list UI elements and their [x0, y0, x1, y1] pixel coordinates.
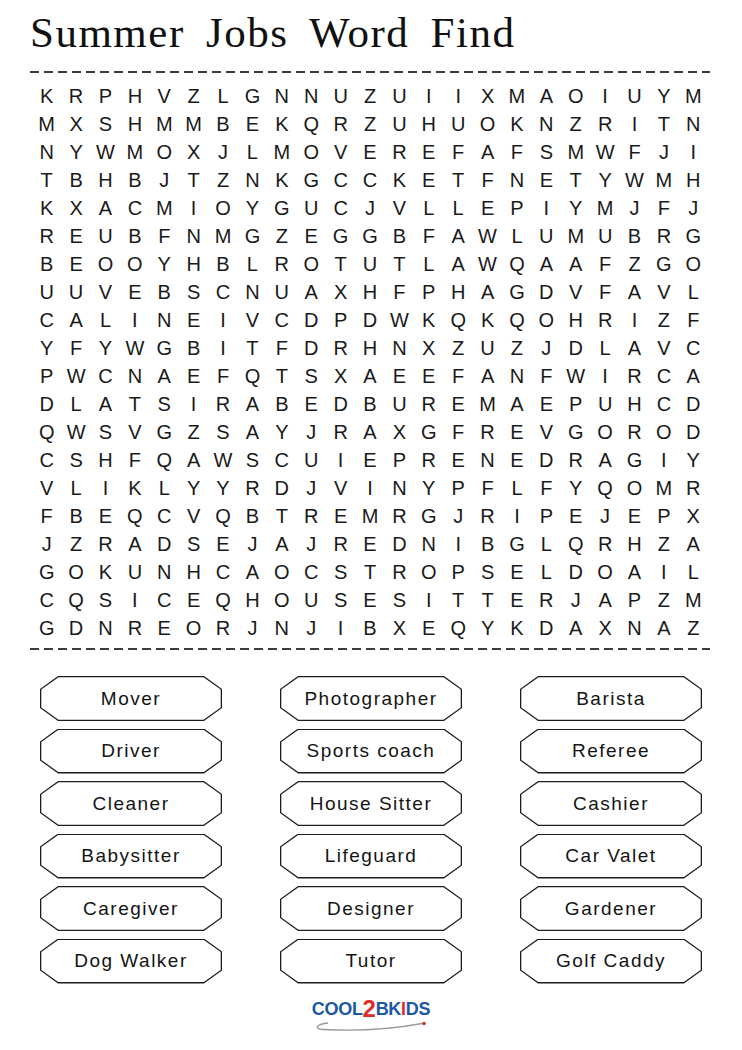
grid-cell[interactable]: G [32, 614, 61, 642]
grid-cell[interactable]: Y [208, 474, 237, 502]
grid-cell[interactable]: Q [561, 530, 590, 558]
grid-cell[interactable]: Q [208, 586, 237, 614]
grid-cell[interactable]: C [120, 194, 149, 222]
grid-cell[interactable]: H [91, 446, 120, 474]
grid-cell[interactable]: D [679, 390, 708, 418]
grid-cell[interactable]: Q [61, 586, 90, 614]
grid-cell[interactable]: L [414, 194, 443, 222]
grid-cell[interactable]: V [649, 334, 678, 362]
grid-cell[interactable]: I [179, 194, 208, 222]
grid-cell[interactable]: A [61, 306, 90, 334]
grid-cell[interactable]: T [649, 110, 678, 138]
grid-cell[interactable]: R [326, 418, 355, 446]
grid-cell[interactable]: I [355, 474, 384, 502]
grid-cell[interactable]: E [414, 614, 443, 642]
grid-cell[interactable]: E [414, 362, 443, 390]
grid-cell[interactable]: G [502, 530, 531, 558]
grid-cell[interactable]: X [326, 362, 355, 390]
grid-cell[interactable]: R [590, 306, 619, 334]
grid-cell[interactable]: O [208, 194, 237, 222]
grid-cell[interactable]: N [267, 614, 296, 642]
grid-cell[interactable]: A [620, 278, 649, 306]
grid-cell[interactable]: P [561, 390, 590, 418]
grid-cell[interactable]: J [32, 530, 61, 558]
grid-cell[interactable]: U [297, 586, 326, 614]
grid-cell[interactable]: G [649, 250, 678, 278]
grid-cell[interactable]: N [473, 446, 502, 474]
grid-cell[interactable]: T [443, 586, 472, 614]
grid-cell[interactable]: Y [179, 474, 208, 502]
grid-cell[interactable]: K [267, 166, 296, 194]
grid-cell[interactable]: R [561, 446, 590, 474]
grid-cell[interactable]: M [561, 138, 590, 166]
grid-cell[interactable]: J [590, 502, 619, 530]
grid-cell[interactable]: Y [414, 474, 443, 502]
grid-cell[interactable]: S [91, 586, 120, 614]
grid-cell[interactable]: N [91, 614, 120, 642]
grid-cell[interactable]: M [649, 474, 678, 502]
grid-cell[interactable]: A [502, 390, 531, 418]
grid-cell[interactable]: N [238, 278, 267, 306]
grid-cell[interactable]: D [355, 306, 384, 334]
grid-cell[interactable]: I [414, 82, 443, 110]
grid-cell[interactable]: T [473, 586, 502, 614]
grid-cell[interactable]: X [473, 82, 502, 110]
grid-cell[interactable]: K [414, 306, 443, 334]
grid-cell[interactable]: E [355, 586, 384, 614]
grid-cell[interactable]: I [326, 446, 355, 474]
grid-cell[interactable]: E [120, 278, 149, 306]
grid-cell[interactable]: A [649, 614, 678, 642]
grid-cell[interactable]: V [532, 418, 561, 446]
grid-cell[interactable]: E [297, 222, 326, 250]
grid-cell[interactable]: L [91, 306, 120, 334]
grid-cell[interactable]: D [297, 306, 326, 334]
grid-cell[interactable]: T [355, 558, 384, 586]
grid-cell[interactable]: F [649, 194, 678, 222]
grid-cell[interactable]: E [355, 530, 384, 558]
grid-cell[interactable]: K [91, 558, 120, 586]
grid-cell[interactable]: T [120, 390, 149, 418]
grid-cell[interactable]: Q [238, 362, 267, 390]
grid-cell[interactable]: G [502, 278, 531, 306]
grid-cell[interactable]: A [473, 278, 502, 306]
grid-cell[interactable]: R [32, 222, 61, 250]
grid-cell[interactable]: R [473, 418, 502, 446]
grid-cell[interactable]: C [679, 334, 708, 362]
grid-cell[interactable]: A [150, 362, 179, 390]
grid-cell[interactable]: E [502, 586, 531, 614]
grid-cell[interactable]: I [590, 362, 619, 390]
grid-cell[interactable]: L [414, 250, 443, 278]
grid-cell[interactable]: Q [120, 502, 149, 530]
grid-cell[interactable]: L [679, 278, 708, 306]
grid-cell[interactable]: U [385, 82, 414, 110]
grid-cell[interactable]: N [620, 614, 649, 642]
grid-cell[interactable]: R [620, 418, 649, 446]
grid-cell[interactable]: G [32, 558, 61, 586]
grid-cell[interactable]: G [355, 222, 384, 250]
grid-cell[interactable]: B [179, 334, 208, 362]
grid-cell[interactable]: R [208, 390, 237, 418]
grid-cell[interactable]: G [297, 166, 326, 194]
grid-cell[interactable]: C [267, 306, 296, 334]
grid-cell[interactable]: M [120, 138, 149, 166]
grid-cell[interactable]: B [473, 530, 502, 558]
grid-cell[interactable]: K [502, 614, 531, 642]
grid-cell[interactable]: Z [355, 82, 384, 110]
grid-cell[interactable]: D [532, 614, 561, 642]
grid-cell[interactable]: R [532, 586, 561, 614]
grid-cell[interactable]: D [32, 390, 61, 418]
grid-cell[interactable]: A [679, 362, 708, 390]
grid-cell[interactable]: F [590, 278, 619, 306]
grid-cell[interactable]: Z [267, 222, 296, 250]
grid-cell[interactable]: I [326, 614, 355, 642]
grid-cell[interactable]: E [61, 250, 90, 278]
grid-cell[interactable]: R [61, 82, 90, 110]
grid-cell[interactable]: P [620, 586, 649, 614]
grid-cell[interactable]: W [61, 418, 90, 446]
grid-cell[interactable]: H [179, 250, 208, 278]
grid-cell[interactable]: O [620, 474, 649, 502]
grid-cell[interactable]: E [502, 558, 531, 586]
grid-cell[interactable]: F [473, 474, 502, 502]
grid-cell[interactable]: K [502, 110, 531, 138]
grid-cell[interactable]: I [414, 586, 443, 614]
grid-cell[interactable]: H [679, 166, 708, 194]
grid-cell[interactable]: A [561, 250, 590, 278]
grid-cell[interactable]: W [590, 138, 619, 166]
grid-cell[interactable]: W [620, 166, 649, 194]
grid-cell[interactable]: E [414, 166, 443, 194]
grid-cell[interactable]: D [326, 390, 355, 418]
grid-cell[interactable]: W [61, 362, 90, 390]
grid-cell[interactable]: N [150, 558, 179, 586]
grid-cell[interactable]: A [443, 222, 472, 250]
grid-cell[interactable]: V [179, 502, 208, 530]
grid-cell[interactable]: S [179, 278, 208, 306]
grid-cell[interactable]: J [297, 614, 326, 642]
grid-cell[interactable]: V [326, 474, 355, 502]
grid-cell[interactable]: R [385, 138, 414, 166]
grid-cell[interactable]: E [532, 390, 561, 418]
grid-cell[interactable]: X [679, 502, 708, 530]
grid-cell[interactable]: L [502, 474, 531, 502]
grid-cell[interactable]: R [385, 558, 414, 586]
grid-cell[interactable]: D [150, 530, 179, 558]
grid-cell[interactable]: N [267, 82, 296, 110]
grid-cell[interactable]: O [473, 110, 502, 138]
grid-cell[interactable]: G [150, 418, 179, 446]
grid-cell[interactable]: F [679, 306, 708, 334]
grid-cell[interactable]: E [150, 614, 179, 642]
grid-cell[interactable]: M [590, 194, 619, 222]
grid-cell[interactable]: C [208, 278, 237, 306]
grid-cell[interactable]: O [649, 418, 678, 446]
grid-cell[interactable]: Q [502, 306, 531, 334]
grid-cell[interactable]: E [297, 390, 326, 418]
grid-cell[interactable]: Z [649, 530, 678, 558]
grid-cell[interactable]: M [355, 502, 384, 530]
grid-cell[interactable]: I [649, 446, 678, 474]
grid-cell[interactable]: O [61, 558, 90, 586]
grid-cell[interactable]: J [532, 334, 561, 362]
grid-cell[interactable]: W [385, 306, 414, 334]
grid-cell[interactable]: J [297, 474, 326, 502]
grid-cell[interactable]: I [502, 502, 531, 530]
grid-cell[interactable]: B [208, 110, 237, 138]
grid-cell[interactable]: H [355, 278, 384, 306]
grid-cell[interactable]: L [532, 558, 561, 586]
grid-cell[interactable]: T [238, 334, 267, 362]
grid-cell[interactable]: F [443, 362, 472, 390]
grid-cell[interactable]: A [267, 530, 296, 558]
grid-cell[interactable]: Y [561, 194, 590, 222]
grid-cell[interactable]: R [679, 474, 708, 502]
grid-cell[interactable]: C [150, 586, 179, 614]
grid-cell[interactable]: H [443, 278, 472, 306]
grid-cell[interactable]: I [120, 306, 149, 334]
grid-cell[interactable]: J [297, 530, 326, 558]
grid-cell[interactable]: E [238, 110, 267, 138]
grid-cell[interactable]: Q [502, 250, 531, 278]
grid-cell[interactable]: F [208, 362, 237, 390]
grid-cell[interactable]: R [414, 446, 443, 474]
grid-cell[interactable]: I [620, 110, 649, 138]
grid-cell[interactable]: I [649, 558, 678, 586]
grid-cell[interactable]: J [443, 502, 472, 530]
grid-cell[interactable]: D [297, 334, 326, 362]
grid-cell[interactable]: R [326, 110, 355, 138]
grid-cell[interactable]: G [414, 502, 443, 530]
grid-cell[interactable]: K [473, 306, 502, 334]
grid-cell[interactable]: Z [179, 82, 208, 110]
grid-cell[interactable]: O [561, 82, 590, 110]
grid-cell[interactable]: S [326, 558, 355, 586]
grid-cell[interactable]: H [179, 558, 208, 586]
grid-cell[interactable]: E [61, 222, 90, 250]
grid-cell[interactable]: A [532, 82, 561, 110]
grid-cell[interactable]: B [620, 222, 649, 250]
grid-cell[interactable]: C [32, 446, 61, 474]
grid-cell[interactable]: I [532, 194, 561, 222]
grid-cell[interactable]: E [502, 446, 531, 474]
grid-cell[interactable]: T [443, 166, 472, 194]
grid-cell[interactable]: G [679, 222, 708, 250]
grid-cell[interactable]: B [61, 502, 90, 530]
grid-cell[interactable]: Z [179, 418, 208, 446]
grid-cell[interactable]: C [297, 558, 326, 586]
grid-cell[interactable]: D [561, 334, 590, 362]
grid-cell[interactable]: O [179, 614, 208, 642]
grid-cell[interactable]: J [297, 418, 326, 446]
grid-cell[interactable]: L [208, 82, 237, 110]
grid-cell[interactable]: B [120, 222, 149, 250]
grid-cell[interactable]: O [267, 558, 296, 586]
grid-cell[interactable]: N [502, 362, 531, 390]
grid-cell[interactable]: E [443, 390, 472, 418]
grid-cell[interactable]: N [297, 82, 326, 110]
grid-cell[interactable]: P [91, 82, 120, 110]
grid-cell[interactable]: B [61, 166, 90, 194]
grid-cell[interactable]: C [32, 586, 61, 614]
grid-cell[interactable]: M [649, 166, 678, 194]
grid-cell[interactable]: G [238, 82, 267, 110]
grid-cell[interactable]: A [355, 418, 384, 446]
grid-cell[interactable]: F [385, 278, 414, 306]
grid-cell[interactable]: Y [91, 334, 120, 362]
grid-cell[interactable]: S [532, 138, 561, 166]
grid-cell[interactable]: X [590, 614, 619, 642]
grid-cell[interactable]: F [120, 446, 149, 474]
grid-cell[interactable]: L [590, 334, 619, 362]
grid-cell[interactable]: I [443, 82, 472, 110]
grid-cell[interactable]: O [267, 586, 296, 614]
grid-cell[interactable]: U [532, 222, 561, 250]
grid-cell[interactable]: U [32, 278, 61, 306]
grid-cell[interactable]: E [561, 502, 590, 530]
grid-cell[interactable]: F [443, 138, 472, 166]
grid-cell[interactable]: I [620, 306, 649, 334]
grid-cell[interactable]: S [91, 418, 120, 446]
grid-cell[interactable]: L [532, 530, 561, 558]
grid-cell[interactable]: E [179, 586, 208, 614]
grid-cell[interactable]: S [61, 446, 90, 474]
grid-cell[interactable]: H [561, 306, 590, 334]
grid-cell[interactable]: F [267, 334, 296, 362]
grid-cell[interactable]: A [473, 138, 502, 166]
grid-cell[interactable]: R [620, 362, 649, 390]
grid-cell[interactable]: O [414, 558, 443, 586]
grid-cell[interactable]: G [150, 334, 179, 362]
grid-cell[interactable]: U [297, 194, 326, 222]
grid-cell[interactable]: A [238, 390, 267, 418]
grid-cell[interactable]: D [561, 558, 590, 586]
grid-cell[interactable]: T [179, 166, 208, 194]
grid-cell[interactable]: S [179, 530, 208, 558]
grid-cell[interactable]: E [385, 362, 414, 390]
grid-cell[interactable]: N [679, 110, 708, 138]
grid-cell[interactable]: R [91, 530, 120, 558]
grid-cell[interactable]: C [91, 362, 120, 390]
grid-cell[interactable]: C [267, 446, 296, 474]
grid-cell[interactable]: G [267, 194, 296, 222]
grid-cell[interactable]: K [120, 474, 149, 502]
grid-cell[interactable]: A [532, 250, 561, 278]
grid-cell[interactable]: U [385, 110, 414, 138]
grid-cell[interactable]: X [414, 334, 443, 362]
grid-cell[interactable]: Y [32, 334, 61, 362]
grid-cell[interactable]: K [32, 82, 61, 110]
grid-cell[interactable]: N [32, 138, 61, 166]
grid-cell[interactable]: T [561, 166, 590, 194]
grid-cell[interactable]: A [179, 446, 208, 474]
grid-cell[interactable]: E [473, 194, 502, 222]
grid-cell[interactable]: L [502, 222, 531, 250]
grid-cell[interactable]: N [238, 166, 267, 194]
grid-cell[interactable]: J [208, 138, 237, 166]
grid-cell[interactable]: U [91, 222, 120, 250]
grid-cell[interactable]: V [120, 418, 149, 446]
grid-cell[interactable]: K [267, 110, 296, 138]
grid-cell[interactable]: M [679, 586, 708, 614]
grid-cell[interactable]: E [532, 166, 561, 194]
grid-cell[interactable]: N [385, 334, 414, 362]
grid-cell[interactable]: W [561, 362, 590, 390]
grid-cell[interactable]: G [620, 446, 649, 474]
grid-cell[interactable]: R [590, 530, 619, 558]
grid-cell[interactable]: C [208, 558, 237, 586]
grid-cell[interactable]: R [238, 474, 267, 502]
grid-cell[interactable]: E [443, 446, 472, 474]
grid-cell[interactable]: W [473, 222, 502, 250]
grid-cell[interactable]: A [238, 558, 267, 586]
grid-cell[interactable]: F [620, 138, 649, 166]
grid-cell[interactable]: C [150, 502, 179, 530]
grid-cell[interactable]: A [443, 250, 472, 278]
grid-cell[interactable]: U [443, 110, 472, 138]
grid-cell[interactable]: H [91, 166, 120, 194]
grid-cell[interactable]: O [532, 306, 561, 334]
grid-cell[interactable]: Q [32, 418, 61, 446]
grid-cell[interactable]: L [61, 390, 90, 418]
grid-cell[interactable]: R [385, 502, 414, 530]
grid-cell[interactable]: V [385, 194, 414, 222]
grid-cell[interactable]: L [150, 474, 179, 502]
grid-cell[interactable]: Z [649, 586, 678, 614]
grid-cell[interactable]: R [414, 390, 443, 418]
grid-cell[interactable]: T [267, 362, 296, 390]
grid-cell[interactable]: U [326, 82, 355, 110]
grid-cell[interactable]: D [385, 530, 414, 558]
grid-cell[interactable]: X [385, 614, 414, 642]
grid-cell[interactable]: G [326, 222, 355, 250]
grid-cell[interactable]: D [532, 446, 561, 474]
grid-cell[interactable]: T [326, 250, 355, 278]
grid-cell[interactable]: W [120, 334, 149, 362]
grid-cell[interactable]: C [355, 166, 384, 194]
grid-cell[interactable]: V [32, 474, 61, 502]
grid-cell[interactable]: C [649, 390, 678, 418]
grid-cell[interactable]: U [297, 446, 326, 474]
grid-cell[interactable]: Q [150, 446, 179, 474]
grid-cell[interactable]: H [620, 390, 649, 418]
grid-cell[interactable]: J [649, 138, 678, 166]
grid-cell[interactable]: H [120, 82, 149, 110]
grid-cell[interactable]: J [150, 166, 179, 194]
grid-cell[interactable]: D [679, 418, 708, 446]
grid-cell[interactable]: U [590, 390, 619, 418]
grid-cell[interactable]: E [91, 502, 120, 530]
grid-cell[interactable]: S [473, 558, 502, 586]
grid-cell[interactable]: I [208, 334, 237, 362]
grid-cell[interactable]: N [179, 222, 208, 250]
grid-cell[interactable]: A [590, 446, 619, 474]
grid-cell[interactable]: U [267, 278, 296, 306]
grid-cell[interactable]: Z [561, 110, 590, 138]
grid-cell[interactable]: I [91, 474, 120, 502]
grid-cell[interactable]: A [620, 558, 649, 586]
grid-cell[interactable]: R [473, 502, 502, 530]
grid-cell[interactable]: O [297, 138, 326, 166]
grid-cell[interactable]: Z [443, 334, 472, 362]
grid-cell[interactable]: O [590, 558, 619, 586]
grid-cell[interactable]: V [238, 306, 267, 334]
grid-cell[interactable]: L [238, 250, 267, 278]
grid-cell[interactable]: Y [590, 166, 619, 194]
grid-cell[interactable]: M [473, 390, 502, 418]
